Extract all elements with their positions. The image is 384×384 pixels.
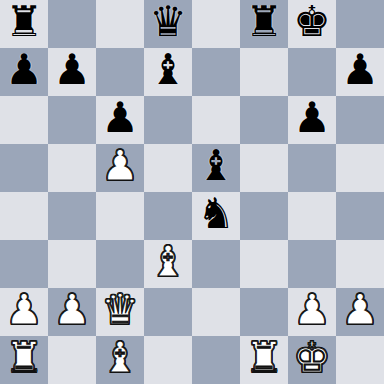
black-king: ♚ xyxy=(293,0,331,46)
square-a5[interactable] xyxy=(0,144,48,192)
square-a2[interactable]: ♟ xyxy=(0,288,48,336)
square-c4[interactable] xyxy=(96,192,144,240)
square-e6[interactable] xyxy=(192,96,240,144)
square-a8[interactable]: ♜ xyxy=(0,0,48,48)
square-h6[interactable] xyxy=(336,96,384,144)
square-c6[interactable]: ♟ xyxy=(96,96,144,144)
square-b2[interactable]: ♟ xyxy=(48,288,96,336)
square-g5[interactable] xyxy=(288,144,336,192)
square-g4[interactable] xyxy=(288,192,336,240)
white-queen: ♛ xyxy=(101,286,139,334)
square-h4[interactable] xyxy=(336,192,384,240)
chess-board: ♜♛♜♚♟♟♝♟♟♟♟♝♞♝♟♟♛♟♟♜♝♜♚ xyxy=(0,0,384,384)
square-c5[interactable]: ♟ xyxy=(96,144,144,192)
white-pawn: ♟ xyxy=(5,286,43,334)
square-d1[interactable] xyxy=(144,336,192,384)
square-b4[interactable] xyxy=(48,192,96,240)
square-g1[interactable]: ♚ xyxy=(288,336,336,384)
black-knight: ♞ xyxy=(197,190,235,238)
square-a4[interactable] xyxy=(0,192,48,240)
square-d6[interactable] xyxy=(144,96,192,144)
white-bishop: ♝ xyxy=(101,334,139,382)
white-rook: ♜ xyxy=(5,334,43,382)
black-queen: ♛ xyxy=(149,0,187,46)
square-b3[interactable] xyxy=(48,240,96,288)
square-f2[interactable] xyxy=(240,288,288,336)
square-h2[interactable]: ♟ xyxy=(336,288,384,336)
square-g8[interactable]: ♚ xyxy=(288,0,336,48)
square-e2[interactable] xyxy=(192,288,240,336)
square-f6[interactable] xyxy=(240,96,288,144)
square-e1[interactable] xyxy=(192,336,240,384)
square-c1[interactable]: ♝ xyxy=(96,336,144,384)
black-bishop: ♝ xyxy=(197,142,235,190)
square-e5[interactable]: ♝ xyxy=(192,144,240,192)
white-rook: ♜ xyxy=(245,334,283,382)
square-f8[interactable]: ♜ xyxy=(240,0,288,48)
square-f7[interactable] xyxy=(240,48,288,96)
square-h7[interactable]: ♟ xyxy=(336,48,384,96)
black-pawn: ♟ xyxy=(341,46,379,94)
square-h8[interactable] xyxy=(336,0,384,48)
square-e3[interactable] xyxy=(192,240,240,288)
black-pawn: ♟ xyxy=(293,94,331,142)
square-e7[interactable] xyxy=(192,48,240,96)
square-c7[interactable] xyxy=(96,48,144,96)
white-king: ♚ xyxy=(293,334,331,382)
square-b1[interactable] xyxy=(48,336,96,384)
square-a6[interactable] xyxy=(0,96,48,144)
square-e4[interactable]: ♞ xyxy=(192,192,240,240)
square-d7[interactable]: ♝ xyxy=(144,48,192,96)
white-pawn: ♟ xyxy=(53,286,91,334)
square-d2[interactable] xyxy=(144,288,192,336)
square-c2[interactable]: ♛ xyxy=(96,288,144,336)
square-g3[interactable] xyxy=(288,240,336,288)
square-a3[interactable] xyxy=(0,240,48,288)
square-f5[interactable] xyxy=(240,144,288,192)
black-pawn: ♟ xyxy=(101,94,139,142)
square-d3[interactable]: ♝ xyxy=(144,240,192,288)
white-pawn: ♟ xyxy=(101,142,139,190)
square-c8[interactable] xyxy=(96,0,144,48)
square-d8[interactable]: ♛ xyxy=(144,0,192,48)
square-a1[interactable]: ♜ xyxy=(0,336,48,384)
square-b8[interactable] xyxy=(48,0,96,48)
square-g7[interactable] xyxy=(288,48,336,96)
square-d5[interactable] xyxy=(144,144,192,192)
white-pawn: ♟ xyxy=(341,286,379,334)
black-bishop: ♝ xyxy=(149,46,187,94)
square-h5[interactable] xyxy=(336,144,384,192)
square-b5[interactable] xyxy=(48,144,96,192)
square-e8[interactable] xyxy=(192,0,240,48)
square-f1[interactable]: ♜ xyxy=(240,336,288,384)
square-d4[interactable] xyxy=(144,192,192,240)
white-pawn: ♟ xyxy=(293,286,331,334)
white-bishop: ♝ xyxy=(149,238,187,286)
black-pawn: ♟ xyxy=(5,46,43,94)
black-pawn: ♟ xyxy=(53,46,91,94)
square-a7[interactable]: ♟ xyxy=(0,48,48,96)
square-b6[interactable] xyxy=(48,96,96,144)
square-g6[interactable]: ♟ xyxy=(288,96,336,144)
square-g2[interactable]: ♟ xyxy=(288,288,336,336)
square-f3[interactable] xyxy=(240,240,288,288)
black-rook: ♜ xyxy=(245,0,283,46)
black-rook: ♜ xyxy=(5,0,43,46)
square-c3[interactable] xyxy=(96,240,144,288)
square-b7[interactable]: ♟ xyxy=(48,48,96,96)
square-h1[interactable] xyxy=(336,336,384,384)
square-f4[interactable] xyxy=(240,192,288,240)
square-h3[interactable] xyxy=(336,240,384,288)
